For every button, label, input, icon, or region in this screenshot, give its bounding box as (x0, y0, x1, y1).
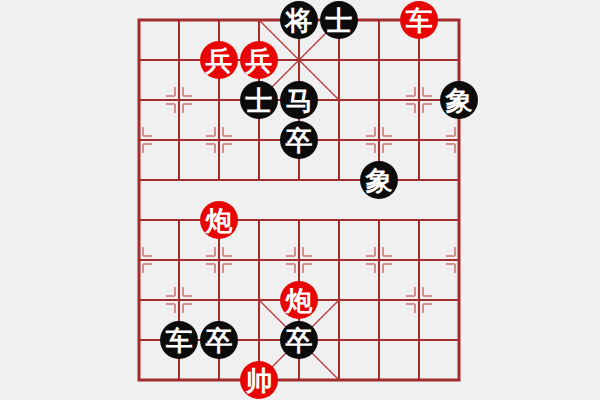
piece-black-elephant[interactable]: 象 (360, 161, 398, 199)
piece-black-pawn[interactable]: 卒 (280, 121, 318, 159)
piece-red-general[interactable]: 帅 (240, 361, 278, 399)
piece-red-pawn[interactable]: 兵 (200, 41, 238, 79)
piece-red-cannon[interactable]: 炮 (200, 201, 238, 239)
piece-black-pawn[interactable]: 卒 (200, 321, 238, 359)
xiangqi-board: 将士车兵兵士马象卒象炮炮车卒卒帅 (0, 0, 600, 400)
piece-black-chariot[interactable]: 车 (160, 321, 198, 359)
piece-black-elephant[interactable]: 象 (440, 81, 478, 119)
piece-red-chariot[interactable]: 车 (400, 1, 438, 39)
piece-black-pawn[interactable]: 卒 (280, 321, 318, 359)
piece-black-advisor[interactable]: 士 (320, 1, 358, 39)
piece-red-pawn[interactable]: 兵 (240, 41, 278, 79)
piece-black-general[interactable]: 将 (280, 1, 318, 39)
piece-red-cannon[interactable]: 炮 (280, 281, 318, 319)
piece-black-advisor[interactable]: 士 (240, 81, 278, 119)
piece-black-horse[interactable]: 马 (280, 81, 318, 119)
